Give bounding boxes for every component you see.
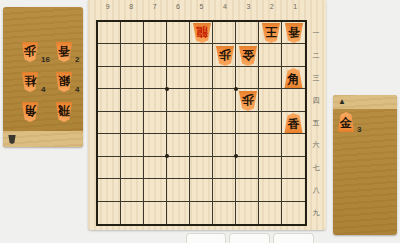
- board-cell[interactable]: [190, 44, 213, 66]
- board-cell[interactable]: [236, 22, 259, 44]
- rank-label: 九: [309, 202, 323, 224]
- board-cell[interactable]: [213, 89, 236, 111]
- board-cell[interactable]: [98, 157, 121, 179]
- board-cell[interactable]: [144, 44, 167, 66]
- board-frame: 龍王香歩金角歩香: [96, 20, 307, 226]
- board-cell[interactable]: [167, 22, 190, 44]
- board-cell[interactable]: [190, 134, 213, 156]
- file-label: 5: [190, 3, 213, 10]
- rank-label: 五: [309, 112, 323, 134]
- piece-kanji: 角: [288, 71, 300, 88]
- rank-label: 六: [309, 134, 323, 156]
- rank-label: 一: [309, 22, 323, 44]
- kifu-nav-button-2[interactable]: [229, 233, 270, 243]
- rank-label: 三: [309, 67, 323, 89]
- board-cell[interactable]: [282, 89, 305, 111]
- gote-indicator-icon: [8, 135, 16, 144]
- board-cell[interactable]: [213, 22, 236, 44]
- board-cell[interactable]: [98, 89, 121, 111]
- board-cell[interactable]: [190, 67, 213, 89]
- file-labels: 987654321: [96, 3, 307, 10]
- file-label: 3: [237, 3, 260, 10]
- board-cell[interactable]: [213, 202, 236, 224]
- hand-piece-count: 16: [41, 55, 50, 64]
- board-cell[interactable]: [213, 157, 236, 179]
- board-cell[interactable]: [213, 112, 236, 134]
- hand-slot-gold[interactable]: 金3: [337, 112, 355, 132]
- hand-piece-count: 2: [75, 55, 79, 64]
- hand-slot-knight[interactable]: 桂4: [21, 72, 39, 92]
- piece-kanji: 飛: [58, 102, 70, 119]
- piece-kanji: 金: [340, 115, 352, 132]
- board-cell[interactable]: [190, 157, 213, 179]
- board-cell[interactable]: [167, 202, 190, 224]
- piece-kanji: 歩: [24, 42, 36, 59]
- board-cell[interactable]: [167, 157, 190, 179]
- hand-slot-lance[interactable]: 香2: [55, 42, 73, 62]
- board-cell[interactable]: [190, 202, 213, 224]
- piece-kanji: 歩: [242, 91, 254, 108]
- board-cell[interactable]: [167, 134, 190, 156]
- piece-kanji: 香: [288, 116, 300, 133]
- board-cell[interactable]: [236, 202, 259, 224]
- board-cell[interactable]: [121, 157, 144, 179]
- board-cell[interactable]: [213, 134, 236, 156]
- board-cell[interactable]: [282, 134, 305, 156]
- board-cell[interactable]: [144, 22, 167, 44]
- board-cell[interactable]: [121, 112, 144, 134]
- board-cell[interactable]: [144, 112, 167, 134]
- board-cell[interactable]: [190, 179, 213, 201]
- board-cell[interactable]: [121, 22, 144, 44]
- rank-label: 八: [309, 179, 323, 201]
- board-cell[interactable]: [167, 67, 190, 89]
- board-cell[interactable]: [121, 44, 144, 66]
- board-cell[interactable]: [259, 179, 282, 201]
- piece-kanji: 角: [24, 102, 36, 119]
- board-cell[interactable]: [144, 134, 167, 156]
- board-cell[interactable]: [259, 89, 282, 111]
- board-cell[interactable]: [236, 112, 259, 134]
- board-cell[interactable]: [98, 179, 121, 201]
- board-cell[interactable]: [236, 134, 259, 156]
- board-cell[interactable]: [121, 134, 144, 156]
- board-cell[interactable]: [98, 202, 121, 224]
- shogi-board: 987654321 一二三四五六七八九 龍王香歩金角歩香: [88, 0, 326, 230]
- board-cell[interactable]: [282, 179, 305, 201]
- piece-kanji: 金: [242, 46, 254, 63]
- hand-piece-count: 4: [75, 85, 79, 94]
- piece-bishop[interactable]: 角: [21, 102, 39, 122]
- piece-kanji: 銀: [58, 72, 70, 89]
- piece-lance[interactable]: 香: [55, 42, 73, 62]
- piece-kanji: 香: [288, 23, 300, 40]
- board-cell[interactable]: [144, 67, 167, 89]
- rank-label: 二: [309, 44, 323, 66]
- piece-rook[interactable]: 飛: [55, 102, 73, 122]
- board-cell[interactable]: [259, 202, 282, 224]
- kifu-nav-button-3[interactable]: [273, 233, 314, 243]
- file-label: 7: [143, 3, 166, 10]
- board-cell[interactable]: [236, 157, 259, 179]
- board-cell[interactable]: [167, 179, 190, 201]
- board-cell[interactable]: [236, 67, 259, 89]
- board-cell[interactable]: [121, 67, 144, 89]
- piece-kanji: 王: [265, 23, 277, 40]
- board-cell[interactable]: [98, 44, 121, 66]
- board-cell[interactable]: [213, 67, 236, 89]
- hand-slot-bishop[interactable]: 角: [21, 102, 39, 122]
- board-cell[interactable]: [259, 157, 282, 179]
- file-label: 2: [260, 3, 283, 10]
- piece-kanji: 香: [58, 42, 70, 59]
- hand-slot-pawn[interactable]: 歩16: [21, 42, 39, 62]
- board-cell[interactable]: [144, 202, 167, 224]
- board-cell[interactable]: [144, 179, 167, 201]
- board-cell[interactable]: [282, 157, 305, 179]
- board-cell[interactable]: [259, 44, 282, 66]
- piece-gold[interactable]: 金: [337, 112, 355, 132]
- rank-label: 四: [309, 89, 323, 111]
- board-cell[interactable]: [98, 112, 121, 134]
- hand-slot-rook[interactable]: 飛: [55, 102, 73, 122]
- file-label: 4: [213, 3, 236, 10]
- sente-stand-strip: ▲: [333, 95, 397, 109]
- piece-kanji: 歩: [219, 46, 231, 63]
- board-cell[interactable]: [190, 89, 213, 111]
- hand-piece-count: 4: [41, 85, 45, 94]
- gote-stand-strip: [3, 131, 83, 147]
- piece-kanji: 龍: [196, 23, 208, 40]
- board-cell[interactable]: [144, 89, 167, 111]
- board-cell[interactable]: [98, 22, 121, 44]
- sente-hand-stand: ▲ 金3: [333, 95, 397, 235]
- hand-piece-count: 3: [357, 125, 361, 134]
- board-cell[interactable]: [167, 112, 190, 134]
- file-label: 9: [96, 3, 119, 10]
- rank-labels: 一二三四五六七八九: [309, 22, 323, 224]
- board-cell[interactable]: [259, 112, 282, 134]
- piece-knight[interactable]: 桂: [21, 72, 39, 92]
- piece-pawn[interactable]: 歩: [21, 42, 39, 62]
- gote-hand-stand: 歩16香2桂4銀4角飛: [3, 7, 83, 147]
- hand-slot-silver[interactable]: 銀4: [55, 72, 73, 92]
- piece-kanji: 桂: [24, 72, 36, 89]
- piece-silver[interactable]: 銀: [55, 72, 73, 92]
- board-cell[interactable]: [282, 202, 305, 224]
- board-cell[interactable]: [144, 157, 167, 179]
- file-label: 6: [166, 3, 189, 10]
- board-cell[interactable]: [98, 67, 121, 89]
- board-cell[interactable]: [190, 112, 213, 134]
- board-cell[interactable]: [121, 202, 144, 224]
- kifu-nav-button-1[interactable]: [186, 233, 226, 243]
- board-cell[interactable]: [98, 134, 121, 156]
- board-cell[interactable]: [213, 179, 236, 201]
- board-cell[interactable]: [282, 44, 305, 66]
- board-cell[interactable]: [167, 44, 190, 66]
- board-cell[interactable]: [259, 67, 282, 89]
- board-cell[interactable]: [236, 179, 259, 201]
- board-cell[interactable]: [121, 179, 144, 201]
- file-label: 1: [284, 3, 307, 10]
- sente-indicator-icon: ▲: [338, 97, 346, 107]
- board-cell[interactable]: [167, 89, 190, 111]
- file-label: 8: [119, 3, 142, 10]
- board-cell[interactable]: [259, 134, 282, 156]
- board-cell[interactable]: [121, 89, 144, 111]
- board-grid: [98, 22, 305, 224]
- rank-label: 七: [309, 157, 323, 179]
